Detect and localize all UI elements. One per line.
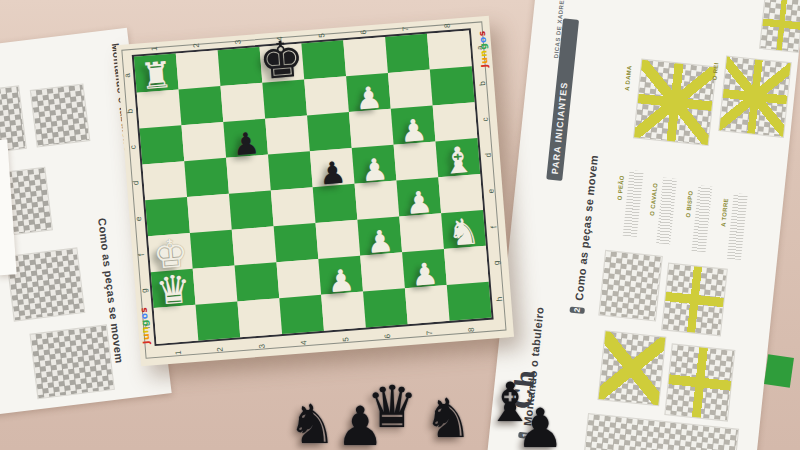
brand-letter: n [140,326,151,334]
square-f8: ♞ [441,210,486,249]
square-d2 [184,158,229,197]
square-e2 [187,194,232,233]
coord-label-2: 2 [188,24,204,67]
square-c2 [181,122,226,161]
coord-label-3: 3 [230,21,246,64]
white-pawn: ♟ [366,226,395,258]
black-pawn: ♟ [232,128,261,160]
brand-letter: g [140,319,151,327]
coord-label-8: 8 [461,308,481,351]
chess-board: 12345678 12345678 abcdefgh abcdefgh Jung… [116,16,514,366]
coord-label-6: 6 [356,11,372,54]
black-king: ♚ [257,34,306,87]
square-e7: ♟ [396,177,441,216]
left-diagram-4 [6,247,86,321]
coord-label-b: b [464,74,501,93]
caption-bishop: O BISPO [685,190,694,218]
white-pawn: ♟ [327,265,356,297]
white-pawn: ♟ [354,82,383,114]
captured-black-pawn: ♟ [336,400,384,450]
square-g5: ♟ [318,256,363,295]
white-pawn: ♟ [399,115,428,147]
diagram-bishop-moves [597,330,666,406]
square-g4 [276,259,321,298]
square-e4 [271,187,316,226]
square-g7: ♟ [402,249,447,288]
white-pawn: ♟ [410,259,439,291]
black-pawn: ♟ [318,158,347,190]
coord-label-b: b [111,102,148,120]
coord-label-g: g [478,254,515,273]
caption-queen: A DAMA [624,65,633,91]
coord-label-2: 2 [210,328,230,371]
square-f2 [190,230,235,269]
square-b5 [304,76,349,115]
square-e3 [229,190,274,229]
coord-label-6: 6 [377,315,397,358]
brand-letter: u [479,56,490,64]
square-b3 [220,83,265,122]
coord-label-h: h [480,290,517,309]
captured-black-knight: ♞ [288,398,336,450]
right-sheet-banner: PARA INICIANTES [546,18,579,181]
coord-label-5: 5 [314,14,330,57]
coord-label-7: 7 [419,311,439,354]
square-c7: ♟ [391,106,436,145]
left-diagram-5 [29,324,114,399]
square-c5 [307,112,352,151]
diagram-knight-moves [661,263,728,337]
caption-rook: A TORRE [720,198,729,227]
knight-text [656,178,677,245]
square-d8: ♝ [435,138,480,177]
coord-label-5: 5 [336,318,356,361]
diagram-corner [759,0,800,53]
section-2-title: Como as peças se movem [573,154,600,301]
coord-label-e: e [120,210,157,228]
caption-knight: O CAVALO [649,182,658,216]
square-f5 [316,220,361,259]
diagram-rook-moves [664,343,735,421]
chess-logo-partial: Ch [507,368,541,411]
caption-pawn: O PEÃO [616,175,625,201]
white-knight: ♞ [446,213,481,251]
section-2-number: 2 [569,306,585,314]
section-1-number: 1 [518,431,534,439]
photo-scene: { "game": "chess", "scene_description": … [0,0,800,450]
captured-black-knight: ♞ [424,392,472,446]
caption-king: O REI [712,62,720,80]
coord-label-7: 7 [397,7,413,50]
right-instruction-sheet: DICAS DE XADREZ PARA INICIANTES 2 Como a… [487,0,800,450]
square-d5: ♟ [310,148,355,187]
coord-label-e: e [472,182,509,201]
square-a4: ♚ [260,44,305,83]
left-diagram-2 [30,83,91,147]
square-f6: ♟ [357,216,402,255]
coord-label-c: c [114,138,151,156]
brand-letter: n [478,49,489,57]
pawn-text [623,170,644,237]
jungos-logo-top-right: Jungos [477,30,490,68]
square-f4 [274,223,319,262]
diagram-king-moves [718,55,792,137]
square-b6: ♟ [346,73,391,112]
square-g1: ♛ [151,269,196,308]
white-rook: ♜ [139,57,174,95]
bishop-text [692,185,713,252]
captured-black-queen: ♛ [366,378,418,436]
brand-letter: J [480,63,490,68]
brand-letter: u [141,333,152,341]
rook-text [727,193,748,260]
diagram-queen-moves [633,59,717,147]
square-f3 [232,226,277,265]
square-d4 [268,151,313,190]
green-paper-chip [764,354,794,387]
white-bishop: ♝ [441,141,476,179]
square-c4 [265,115,310,154]
diagram-pawn-moves [598,250,663,322]
coord-label-3: 3 [252,325,272,368]
brand-letter: s [477,30,487,37]
square-b7 [388,70,433,109]
coord-label-4: 4 [294,321,314,364]
white-pawn: ♟ [405,187,434,219]
coord-label-d: d [469,146,506,165]
square-c3: ♟ [223,119,268,158]
square-d6: ♟ [352,145,397,184]
coord-label-8: 8 [439,4,455,47]
coord-label-d: d [117,174,154,192]
white-queen: ♛ [154,269,192,311]
coord-label-c: c [466,110,503,129]
brand-letter: o [477,36,487,43]
square-b2 [179,86,224,125]
square-a1: ♜ [134,53,179,92]
square-g3 [235,262,280,301]
brand-letter: g [478,43,489,51]
coord-label-f: f [475,218,512,237]
square-g2 [193,266,238,305]
board-squares: ♜♚♟♟♟♟♟♝♟♚♟♞♛♟♟ [134,30,492,343]
coord-label-1: 1 [168,331,188,374]
brand-letter: s [139,306,149,313]
white-pawn: ♟ [360,154,389,186]
